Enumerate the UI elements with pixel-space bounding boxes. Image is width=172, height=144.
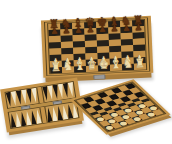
chess-piece: ♝ — [110, 58, 123, 71]
chess-piece: ♛ — [86, 60, 99, 73]
chess-piece: ♟ — [120, 24, 132, 34]
chess-piece: ♟ — [108, 24, 120, 34]
checkers-grid: ●●●●●●●●●●●●●●●●●●●●●●●● — [76, 83, 163, 131]
backgammon-board — [0, 77, 84, 132]
chess-pieces: ♜♞♝♛♚♝♞♜♟♟♟♟♟♟♟♟♟♟♟♟♟♟♟♟♜♞♝♛♚♝♞♜ — [34, 0, 160, 5]
chess-piece: ♟ — [60, 26, 72, 36]
chess-set: ♜♞♝♛♚♝♞♜♟♟♟♟♟♟♟♟♟♟♟♟♟♟♟♟♜♞♝♛♚♝♞♜ — [34, 0, 164, 89]
chess-piece: ♞ — [62, 61, 75, 74]
backgammon-point — [45, 106, 53, 122]
chess-piece: ♟ — [84, 25, 96, 35]
backgammon-point — [9, 112, 17, 128]
chess-piece: ♟ — [96, 25, 108, 35]
chess-piece: ♚ — [98, 59, 111, 72]
backgammon-field — [4, 81, 79, 129]
backgammon-point — [68, 82, 76, 98]
chess-piece: ♟ — [48, 27, 60, 37]
product-photo: ♜♞♝♛♚♝♞♜♟♟♟♟♟♟♟♟♟♟♟♟♟♟♟♟♜♞♝♛♚♝♞♜ ●●●●●●●… — [0, 0, 172, 144]
clasp-icon — [93, 74, 105, 79]
chess-piece: ♝ — [74, 60, 87, 73]
chess-piece: ♟ — [132, 23, 144, 33]
backgammon-quadrant — [9, 108, 42, 128]
checkers-board: ●●●●●●●●●●●●●●●●●●●●●●●● — [69, 79, 170, 135]
chess-piece: ♟ — [72, 26, 84, 36]
backgammon-quadrant — [45, 102, 78, 122]
chess-piece: ♞ — [122, 58, 135, 71]
chess-piece: ♜ — [134, 57, 147, 70]
chess-piece: ♜ — [50, 61, 63, 74]
